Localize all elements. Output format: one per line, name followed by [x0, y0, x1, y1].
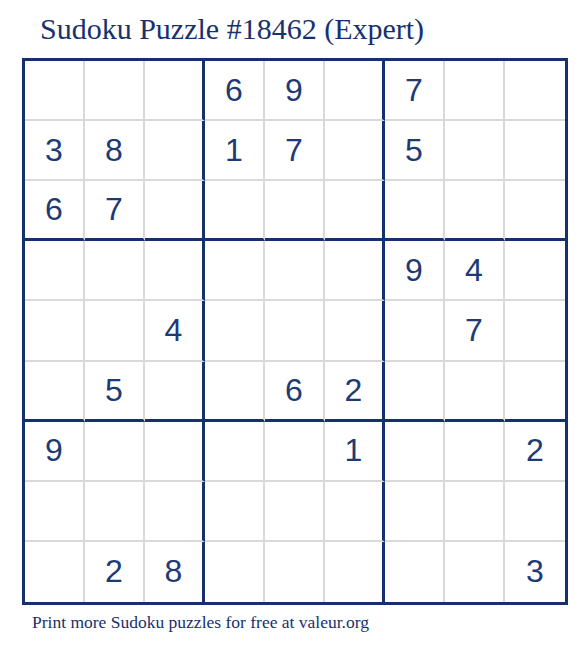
cell-r4c5[interactable] — [265, 241, 325, 301]
cell-r5c2[interactable] — [85, 301, 145, 361]
cell-r3c7[interactable] — [385, 181, 445, 241]
cell-r4c2[interactable] — [85, 241, 145, 301]
cell-r3c4[interactable] — [205, 181, 265, 241]
cell-r5c6[interactable] — [325, 301, 385, 361]
cell-r5c9[interactable] — [505, 301, 565, 361]
cell-r2c7[interactable]: 5 — [385, 121, 445, 181]
cell-r8c7[interactable] — [385, 482, 445, 542]
cell-r2c8[interactable] — [445, 121, 505, 181]
cell-r2c2[interactable]: 8 — [85, 121, 145, 181]
cell-r4c3[interactable] — [145, 241, 205, 301]
cell-r9c9[interactable]: 3 — [505, 542, 565, 602]
cell-r7c5[interactable] — [265, 422, 325, 482]
cell-r7c1[interactable]: 9 — [25, 422, 85, 482]
cell-r2c9[interactable] — [505, 121, 565, 181]
cell-r3c5[interactable] — [265, 181, 325, 241]
cell-r7c3[interactable] — [145, 422, 205, 482]
cell-r8c9[interactable] — [505, 482, 565, 542]
cell-r1c4[interactable]: 6 — [205, 61, 265, 121]
cell-r7c9[interactable]: 2 — [505, 422, 565, 482]
cell-r2c3[interactable] — [145, 121, 205, 181]
cell-r4c9[interactable] — [505, 241, 565, 301]
cell-r9c4[interactable] — [205, 542, 265, 602]
cell-r6c3[interactable] — [145, 362, 205, 422]
cell-r2c1[interactable]: 3 — [25, 121, 85, 181]
cell-r6c6[interactable]: 2 — [325, 362, 385, 422]
cell-r7c6[interactable]: 1 — [325, 422, 385, 482]
cell-r1c1[interactable] — [25, 61, 85, 121]
cell-r4c1[interactable] — [25, 241, 85, 301]
cell-r8c3[interactable] — [145, 482, 205, 542]
cell-r8c8[interactable] — [445, 482, 505, 542]
cell-r6c8[interactable] — [445, 362, 505, 422]
cell-r9c3[interactable]: 8 — [145, 542, 205, 602]
page-title: Sudoku Puzzle #18462 (Expert) — [40, 12, 424, 46]
cell-r1c5[interactable]: 9 — [265, 61, 325, 121]
cell-r1c8[interactable] — [445, 61, 505, 121]
cell-r5c5[interactable] — [265, 301, 325, 361]
cell-r6c2[interactable]: 5 — [85, 362, 145, 422]
cell-r3c6[interactable] — [325, 181, 385, 241]
cell-r3c1[interactable]: 6 — [25, 181, 85, 241]
cell-r9c5[interactable] — [265, 542, 325, 602]
footer-text: Print more Sudoku puzzles for free at va… — [32, 612, 369, 633]
cell-r5c7[interactable] — [385, 301, 445, 361]
cell-r3c9[interactable] — [505, 181, 565, 241]
cell-r9c8[interactable] — [445, 542, 505, 602]
page: Sudoku Puzzle #18462 (Expert) 6973817567… — [0, 0, 580, 651]
cell-r2c4[interactable]: 1 — [205, 121, 265, 181]
cell-r8c2[interactable] — [85, 482, 145, 542]
cell-r3c2[interactable]: 7 — [85, 181, 145, 241]
cell-r9c7[interactable] — [385, 542, 445, 602]
cell-r8c1[interactable] — [25, 482, 85, 542]
cell-r1c6[interactable] — [325, 61, 385, 121]
cell-r9c1[interactable] — [25, 542, 85, 602]
cell-r4c7[interactable]: 9 — [385, 241, 445, 301]
cell-r2c5[interactable]: 7 — [265, 121, 325, 181]
cell-r7c4[interactable] — [205, 422, 265, 482]
cell-r1c2[interactable] — [85, 61, 145, 121]
cell-r5c3[interactable]: 4 — [145, 301, 205, 361]
cell-r6c7[interactable] — [385, 362, 445, 422]
cell-r7c2[interactable] — [85, 422, 145, 482]
cell-r7c8[interactable] — [445, 422, 505, 482]
sudoku-grid: 69738175679447562912283 — [22, 58, 568, 605]
cell-r8c4[interactable] — [205, 482, 265, 542]
cell-r4c6[interactable] — [325, 241, 385, 301]
cell-r6c9[interactable] — [505, 362, 565, 422]
cell-r6c1[interactable] — [25, 362, 85, 422]
cell-r9c2[interactable]: 2 — [85, 542, 145, 602]
cell-r5c4[interactable] — [205, 301, 265, 361]
cell-r5c1[interactable] — [25, 301, 85, 361]
cell-r6c4[interactable] — [205, 362, 265, 422]
cell-r7c7[interactable] — [385, 422, 445, 482]
cell-r1c9[interactable] — [505, 61, 565, 121]
cell-r4c4[interactable] — [205, 241, 265, 301]
cell-r3c8[interactable] — [445, 181, 505, 241]
cell-r8c5[interactable] — [265, 482, 325, 542]
cell-r1c3[interactable] — [145, 61, 205, 121]
cell-r5c8[interactable]: 7 — [445, 301, 505, 361]
cell-r8c6[interactable] — [325, 482, 385, 542]
cell-r1c7[interactable]: 7 — [385, 61, 445, 121]
cell-r6c5[interactable]: 6 — [265, 362, 325, 422]
cell-r3c3[interactable] — [145, 181, 205, 241]
cell-r4c8[interactable]: 4 — [445, 241, 505, 301]
cell-r9c6[interactable] — [325, 542, 385, 602]
cell-r2c6[interactable] — [325, 121, 385, 181]
